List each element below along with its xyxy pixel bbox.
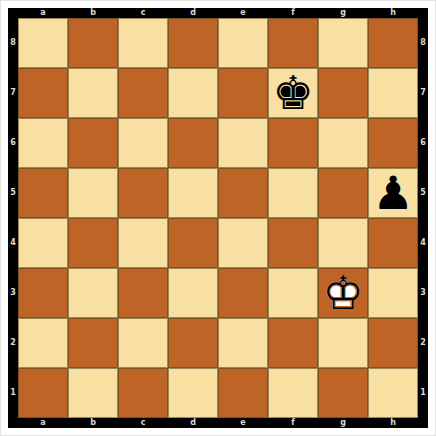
- square-f6[interactable]: [268, 118, 318, 168]
- king-glyph: ♚: [268, 68, 318, 118]
- pawn-glyph: ♟: [368, 168, 418, 218]
- square-g2[interactable]: [318, 318, 368, 368]
- frame-corner: [418, 418, 428, 428]
- file-label-top-c: c: [118, 8, 168, 18]
- square-h5[interactable]: ♟: [368, 168, 418, 218]
- square-c7[interactable]: [118, 68, 168, 118]
- square-a7[interactable]: [18, 68, 68, 118]
- square-e1[interactable]: [218, 368, 268, 418]
- rank-label-right-4: 4: [418, 218, 428, 268]
- square-g5[interactable]: [318, 168, 368, 218]
- square-e6[interactable]: [218, 118, 268, 168]
- square-c8[interactable]: [118, 18, 168, 68]
- board-frame: abcdefgh887♚7665♟5443♚♔32211abcdefgh: [8, 8, 428, 428]
- square-h8[interactable]: [368, 18, 418, 68]
- file-label-bottom-a: a: [18, 418, 68, 428]
- piece-black-king[interactable]: ♚: [268, 68, 318, 118]
- square-g4[interactable]: [318, 218, 368, 268]
- square-b5[interactable]: [68, 168, 118, 218]
- file-label-top-f: f: [268, 8, 318, 18]
- square-g6[interactable]: [318, 118, 368, 168]
- file-label-top-g: g: [318, 8, 368, 18]
- king-glyph-outline: ♔: [318, 268, 368, 318]
- file-label-bottom-g: g: [318, 418, 368, 428]
- rank-label-left-5: 5: [8, 168, 18, 218]
- square-f2[interactable]: [268, 318, 318, 368]
- square-a5[interactable]: [18, 168, 68, 218]
- rank-label-left-4: 4: [8, 218, 18, 268]
- square-h7[interactable]: [368, 68, 418, 118]
- file-label-top-b: b: [68, 8, 118, 18]
- square-c2[interactable]: [118, 318, 168, 368]
- rank-label-right-5: 5: [418, 168, 428, 218]
- frame-corner: [8, 8, 18, 18]
- file-label-top-d: d: [168, 8, 218, 18]
- square-a4[interactable]: [18, 218, 68, 268]
- rank-label-right-6: 6: [418, 118, 428, 168]
- square-h4[interactable]: [368, 218, 418, 268]
- square-e8[interactable]: [218, 18, 268, 68]
- square-a8[interactable]: [18, 18, 68, 68]
- square-e5[interactable]: [218, 168, 268, 218]
- square-e4[interactable]: [218, 218, 268, 268]
- rank-label-right-8: 8: [418, 18, 428, 68]
- square-h1[interactable]: [368, 368, 418, 418]
- square-f3[interactable]: [268, 268, 318, 318]
- file-label-bottom-b: b: [68, 418, 118, 428]
- rank-label-right-7: 7: [418, 68, 428, 118]
- square-g8[interactable]: [318, 18, 368, 68]
- square-h3[interactable]: [368, 268, 418, 318]
- king-glyph-fill: ♚: [318, 268, 368, 318]
- frame-corner: [8, 418, 18, 428]
- square-b6[interactable]: [68, 118, 118, 168]
- file-label-bottom-e: e: [218, 418, 268, 428]
- piece-black-pawn[interactable]: ♟: [368, 168, 418, 218]
- square-a3[interactable]: [18, 268, 68, 318]
- rank-label-left-1: 1: [8, 368, 18, 418]
- square-f5[interactable]: [268, 168, 318, 218]
- frame-corner: [418, 8, 428, 18]
- square-e2[interactable]: [218, 318, 268, 368]
- file-label-bottom-d: d: [168, 418, 218, 428]
- file-label-top-e: e: [218, 8, 268, 18]
- rank-label-left-3: 3: [8, 268, 18, 318]
- square-c3[interactable]: [118, 268, 168, 318]
- file-label-bottom-c: c: [118, 418, 168, 428]
- square-g3[interactable]: ♚♔: [318, 268, 368, 318]
- square-b8[interactable]: [68, 18, 118, 68]
- piece-white-king[interactable]: ♚♔: [318, 268, 368, 318]
- rank-label-left-8: 8: [8, 18, 18, 68]
- square-d5[interactable]: [168, 168, 218, 218]
- square-f8[interactable]: [268, 18, 318, 68]
- square-e7[interactable]: [218, 68, 268, 118]
- square-c4[interactable]: [118, 218, 168, 268]
- square-b2[interactable]: [68, 318, 118, 368]
- file-label-bottom-h: h: [368, 418, 418, 428]
- square-d4[interactable]: [168, 218, 218, 268]
- square-b4[interactable]: [68, 218, 118, 268]
- square-g7[interactable]: [318, 68, 368, 118]
- file-label-top-a: a: [18, 8, 68, 18]
- square-f7[interactable]: ♚: [268, 68, 318, 118]
- square-h2[interactable]: [368, 318, 418, 368]
- square-d8[interactable]: [168, 18, 218, 68]
- rank-label-right-1: 1: [418, 368, 428, 418]
- square-b7[interactable]: [68, 68, 118, 118]
- rank-label-right-3: 3: [418, 268, 428, 318]
- square-d7[interactable]: [168, 68, 218, 118]
- square-f1[interactable]: [268, 368, 318, 418]
- square-a1[interactable]: [18, 368, 68, 418]
- square-e3[interactable]: [218, 268, 268, 318]
- square-c6[interactable]: [118, 118, 168, 168]
- rank-label-left-6: 6: [8, 118, 18, 168]
- rank-label-right-2: 2: [418, 318, 428, 368]
- square-d2[interactable]: [168, 318, 218, 368]
- square-g1[interactable]: [318, 368, 368, 418]
- file-label-top-h: h: [368, 8, 418, 18]
- square-a2[interactable]: [18, 318, 68, 368]
- square-h6[interactable]: [368, 118, 418, 168]
- square-d1[interactable]: [168, 368, 218, 418]
- file-label-bottom-f: f: [268, 418, 318, 428]
- rank-label-left-7: 7: [8, 68, 18, 118]
- chess-diagram-page: abcdefgh887♚7665♟5443♚♔32211abcdefgh: [0, 0, 436, 436]
- square-b3[interactable]: [68, 268, 118, 318]
- square-d6[interactable]: [168, 118, 218, 168]
- square-a6[interactable]: [18, 118, 68, 168]
- rank-label-left-2: 2: [8, 318, 18, 368]
- square-b1[interactable]: [68, 368, 118, 418]
- square-d3[interactable]: [168, 268, 218, 318]
- square-c1[interactable]: [118, 368, 168, 418]
- square-c5[interactable]: [118, 168, 168, 218]
- square-f4[interactable]: [268, 218, 318, 268]
